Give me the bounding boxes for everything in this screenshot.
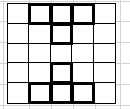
grid-cell-r4c1	[8, 63, 29, 83]
background-gridline-vertical	[120, 0, 121, 109]
grid-cell-r5c4	[72, 83, 93, 103]
grid-cell-r2c5	[94, 24, 115, 44]
grid-cell-r4c4	[72, 63, 93, 83]
grid-cell-r4c5	[94, 63, 115, 83]
background-gridline-horizontal	[0, 1, 130, 2]
grid-cell-r2c4	[72, 24, 93, 44]
grid-cell-r1c1	[8, 4, 29, 24]
grid-cell-r1c2	[29, 4, 50, 24]
grid-cell-r2c3	[51, 24, 72, 44]
grid-cell-r3c5	[94, 44, 115, 64]
puzzle-diagram	[0, 0, 130, 109]
grid-cell-r1c3	[51, 4, 72, 24]
grid-cell-r1c4	[72, 4, 93, 24]
background-gridline-vertical	[3, 0, 4, 109]
grid-cell-r3c2	[29, 44, 50, 64]
grid-cell-r1c5	[94, 4, 115, 24]
grid-cell-r4c2	[29, 63, 50, 83]
grid-cell-r3c1	[8, 44, 29, 64]
grid-cell-r5c3	[51, 83, 72, 103]
puzzle-board	[7, 3, 116, 104]
grid-cell-r3c4	[72, 44, 93, 64]
background-gridline-horizontal	[0, 105, 130, 106]
grid-cell-r4c3	[51, 63, 72, 83]
grid-cell-r5c1	[8, 83, 29, 103]
grid-cell-r2c2	[29, 24, 50, 44]
grid-cell-r2c1	[8, 24, 29, 44]
grid-cell-r5c2	[29, 83, 50, 103]
grid-cell-r5c5	[94, 83, 115, 103]
grid-cell-r3c3	[51, 44, 72, 64]
